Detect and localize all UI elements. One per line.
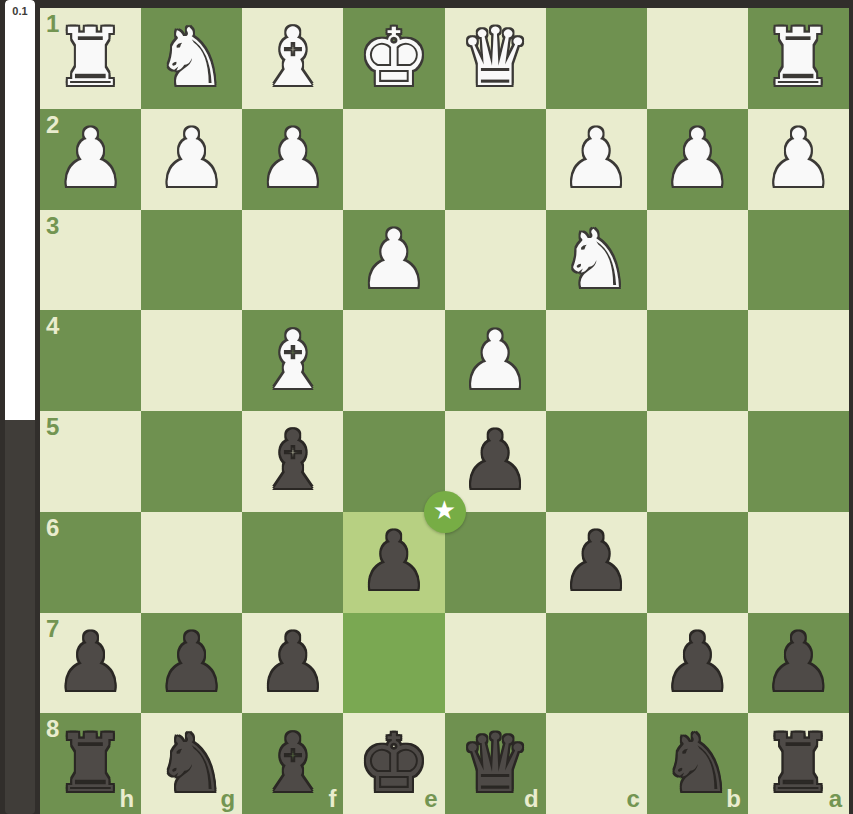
- white-pawn-h2[interactable]: ♟: [40, 109, 141, 210]
- square-b1[interactable]: [647, 8, 748, 109]
- square-f1[interactable]: ♝: [242, 8, 343, 109]
- square-d6[interactable]: [445, 512, 546, 613]
- square-g7[interactable]: ♟: [141, 613, 242, 714]
- chess-analysis-screen: 0.1 1♜♞♝♚♛♜2♟♟♟♟♟♟3♟♞4♝♟5♝♟6♟♟7♟♟♟♟♟8h♜g…: [0, 0, 853, 814]
- square-b2[interactable]: ♟: [647, 109, 748, 210]
- white-knight-c3[interactable]: ♞: [546, 210, 647, 311]
- evaluation-bar: 0.1: [5, 0, 35, 814]
- black-rook-h8[interactable]: ♜: [40, 713, 141, 814]
- square-h3[interactable]: 3: [40, 210, 141, 311]
- black-pawn-g7[interactable]: ♟: [141, 613, 242, 714]
- square-f4[interactable]: ♝: [242, 310, 343, 411]
- square-c6[interactable]: ♟: [546, 512, 647, 613]
- square-e8[interactable]: e♚: [343, 713, 444, 814]
- square-f8[interactable]: f♝: [242, 713, 343, 814]
- square-b8[interactable]: b♞: [647, 713, 748, 814]
- square-f3[interactable]: [242, 210, 343, 311]
- black-pawn-h7[interactable]: ♟: [40, 613, 141, 714]
- white-rook-h1[interactable]: ♜: [40, 8, 141, 109]
- square-e3[interactable]: ♟: [343, 210, 444, 311]
- square-a1[interactable]: ♜: [748, 8, 849, 109]
- rank-label-5: 5: [46, 415, 59, 439]
- black-pawn-b7[interactable]: ♟: [647, 613, 748, 714]
- evaluation-score: 0.1: [5, 0, 35, 17]
- square-a7[interactable]: ♟: [748, 613, 849, 714]
- square-c2[interactable]: ♟: [546, 109, 647, 210]
- square-c8[interactable]: c: [546, 713, 647, 814]
- square-g1[interactable]: ♞: [141, 8, 242, 109]
- black-pawn-a7[interactable]: ♟: [748, 613, 849, 714]
- white-pawn-f2[interactable]: ♟: [242, 109, 343, 210]
- square-e7[interactable]: [343, 613, 444, 714]
- square-e2[interactable]: [343, 109, 444, 210]
- square-d3[interactable]: [445, 210, 546, 311]
- black-knight-b8[interactable]: ♞: [647, 713, 748, 814]
- square-g4[interactable]: [141, 310, 242, 411]
- square-d8[interactable]: d♛: [445, 713, 546, 814]
- rank-label-4: 4: [46, 314, 59, 338]
- square-b4[interactable]: [647, 310, 748, 411]
- best-move-badge: ★: [424, 491, 466, 533]
- square-c3[interactable]: ♞: [546, 210, 647, 311]
- white-bishop-f4[interactable]: ♝: [242, 310, 343, 411]
- square-f7[interactable]: ♟: [242, 613, 343, 714]
- black-bishop-f5[interactable]: ♝: [242, 411, 343, 512]
- square-e1[interactable]: ♚: [343, 8, 444, 109]
- square-b5[interactable]: [647, 411, 748, 512]
- star-icon: ★: [433, 497, 456, 523]
- black-pawn-f7[interactable]: ♟: [242, 613, 343, 714]
- square-h7[interactable]: 7♟: [40, 613, 141, 714]
- white-pawn-b2[interactable]: ♟: [647, 109, 748, 210]
- white-pawn-a2[interactable]: ♟: [748, 109, 849, 210]
- square-a8[interactable]: a♜: [748, 713, 849, 814]
- black-bishop-f8[interactable]: ♝: [242, 713, 343, 814]
- square-b3[interactable]: [647, 210, 748, 311]
- square-d4[interactable]: ♟: [445, 310, 546, 411]
- square-f6[interactable]: [242, 512, 343, 613]
- square-g2[interactable]: ♟: [141, 109, 242, 210]
- square-g3[interactable]: [141, 210, 242, 311]
- chess-board[interactable]: 1♜♞♝♚♛♜2♟♟♟♟♟♟3♟♞4♝♟5♝♟6♟♟7♟♟♟♟♟8h♜g♞f♝e…: [40, 8, 849, 814]
- square-d7[interactable]: [445, 613, 546, 714]
- square-a4[interactable]: [748, 310, 849, 411]
- square-a2[interactable]: ♟: [748, 109, 849, 210]
- rank-label-6: 6: [46, 516, 59, 540]
- white-queen-d1[interactable]: ♛: [445, 8, 546, 109]
- black-king-e8[interactable]: ♚: [343, 713, 444, 814]
- square-h1[interactable]: 1♜: [40, 8, 141, 109]
- black-rook-a8[interactable]: ♜: [748, 713, 849, 814]
- square-g5[interactable]: [141, 411, 242, 512]
- file-label-c: c: [626, 787, 639, 811]
- evaluation-bar-white-section: 0.1: [5, 0, 35, 420]
- square-h4[interactable]: 4: [40, 310, 141, 411]
- rank-label-3: 3: [46, 214, 59, 238]
- white-knight-g1[interactable]: ♞: [141, 8, 242, 109]
- white-king-e1[interactable]: ♚: [343, 8, 444, 109]
- square-h5[interactable]: 5: [40, 411, 141, 512]
- square-a5[interactable]: [748, 411, 849, 512]
- square-d2[interactable]: [445, 109, 546, 210]
- black-queen-d8[interactable]: ♛: [445, 713, 546, 814]
- square-h2[interactable]: 2♟: [40, 109, 141, 210]
- black-knight-g8[interactable]: ♞: [141, 713, 242, 814]
- white-pawn-g2[interactable]: ♟: [141, 109, 242, 210]
- square-h8[interactable]: 8h♜: [40, 713, 141, 814]
- square-h6[interactable]: 6: [40, 512, 141, 613]
- square-b7[interactable]: ♟: [647, 613, 748, 714]
- square-e4[interactable]: [343, 310, 444, 411]
- square-a6[interactable]: [748, 512, 849, 613]
- square-a3[interactable]: [748, 210, 849, 311]
- square-b6[interactable]: [647, 512, 748, 613]
- square-d1[interactable]: ♛: [445, 8, 546, 109]
- black-pawn-c6[interactable]: ♟: [546, 512, 647, 613]
- square-c5[interactable]: [546, 411, 647, 512]
- square-f5[interactable]: ♝: [242, 411, 343, 512]
- square-g8[interactable]: g♞: [141, 713, 242, 814]
- white-pawn-c2[interactable]: ♟: [546, 109, 647, 210]
- square-c7[interactable]: [546, 613, 647, 714]
- square-g6[interactable]: [141, 512, 242, 613]
- white-pawn-d4[interactable]: ♟: [445, 310, 546, 411]
- white-bishop-f1[interactable]: ♝: [242, 8, 343, 109]
- white-pawn-e3[interactable]: ♟: [343, 210, 444, 311]
- square-f2[interactable]: ♟: [242, 109, 343, 210]
- white-rook-a1[interactable]: ♜: [748, 8, 849, 109]
- square-c4[interactable]: [546, 310, 647, 411]
- square-c1[interactable]: [546, 8, 647, 109]
